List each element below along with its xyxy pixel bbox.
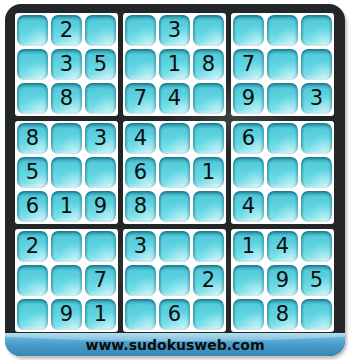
cell-r9c6[interactable] (193, 299, 224, 330)
sudoku-board-frame: 235831874793835619461864279132614958 www… (5, 4, 345, 356)
cell-r2c4[interactable] (125, 49, 156, 80)
cell-r5c7[interactable] (233, 157, 264, 188)
cell-r7c1: 2 (17, 231, 48, 262)
given-digit: 7 (134, 88, 147, 109)
cell-r7c4: 3 (125, 231, 156, 262)
cell-r2c5: 1 (159, 49, 190, 80)
cell-r3c3[interactable] (85, 83, 116, 114)
box-r2c1: 835619 (15, 121, 118, 224)
cell-r7c7: 1 (233, 231, 264, 262)
cell-r6c3: 9 (85, 191, 116, 222)
footer-bar: www.sudokusweb.com (5, 333, 345, 356)
cell-r2c2: 3 (51, 49, 82, 80)
given-digit: 2 (202, 270, 215, 291)
cell-r1c6[interactable] (193, 15, 224, 46)
given-digit: 4 (168, 88, 181, 109)
given-digit: 3 (310, 88, 323, 109)
given-digit: 9 (60, 304, 73, 325)
given-digit: 8 (276, 304, 289, 325)
box-r2c2: 4618 (123, 121, 226, 224)
cell-r8c6: 2 (193, 265, 224, 296)
cell-r4c9[interactable] (301, 123, 332, 154)
given-digit: 9 (94, 196, 107, 217)
given-digit: 8 (60, 88, 73, 109)
cell-r1c5: 3 (159, 15, 190, 46)
given-digit: 5 (26, 162, 39, 183)
given-digit: 4 (242, 196, 255, 217)
given-digit: 6 (242, 128, 255, 149)
cell-r9c7[interactable] (233, 299, 264, 330)
box-r1c3: 793 (231, 13, 334, 116)
cell-r2c7: 7 (233, 49, 264, 80)
cell-r3c6[interactable] (193, 83, 224, 114)
cell-r2c6: 8 (193, 49, 224, 80)
cell-r3c1[interactable] (17, 83, 48, 114)
cell-r9c5: 6 (159, 299, 190, 330)
cell-r4c5[interactable] (159, 123, 190, 154)
cell-r7c3[interactable] (85, 231, 116, 262)
box-r3c2: 326 (123, 229, 226, 332)
cell-r7c6[interactable] (193, 231, 224, 262)
cell-r5c4: 6 (125, 157, 156, 188)
cell-r8c2[interactable] (51, 265, 82, 296)
cell-r1c8[interactable] (267, 15, 298, 46)
given-digit: 3 (60, 54, 73, 75)
given-digit: 9 (242, 88, 255, 109)
given-digit: 3 (94, 128, 107, 149)
given-digit: 6 (168, 304, 181, 325)
sudoku-page: { "game": "sudoku", "position": "0200300… (0, 0, 350, 360)
cell-r3c2: 8 (51, 83, 82, 114)
cell-r4c1: 8 (17, 123, 48, 154)
cell-r1c1[interactable] (17, 15, 48, 46)
cell-r6c5[interactable] (159, 191, 190, 222)
cell-r5c6: 1 (193, 157, 224, 188)
cell-r3c9: 3 (301, 83, 332, 114)
cell-r1c3[interactable] (85, 15, 116, 46)
cell-r6c8[interactable] (267, 191, 298, 222)
cell-r8c1[interactable] (17, 265, 48, 296)
cell-r9c3: 1 (85, 299, 116, 330)
cell-r8c8: 9 (267, 265, 298, 296)
cell-r4c6[interactable] (193, 123, 224, 154)
given-digit: 8 (26, 128, 39, 149)
cell-r6c2: 1 (51, 191, 82, 222)
box-r1c2: 31874 (123, 13, 226, 116)
cell-r2c1[interactable] (17, 49, 48, 80)
box-r1c1: 2358 (15, 13, 118, 116)
cell-r8c9: 5 (301, 265, 332, 296)
cell-r8c5[interactable] (159, 265, 190, 296)
given-digit: 4 (134, 128, 147, 149)
given-digit: 1 (242, 236, 255, 257)
cell-r7c2[interactable] (51, 231, 82, 262)
cell-r8c3: 7 (85, 265, 116, 296)
given-digit: 2 (60, 20, 73, 41)
website-link[interactable]: www.sudokusweb.com (85, 337, 264, 353)
given-digit: 7 (94, 270, 107, 291)
given-digit: 8 (202, 54, 215, 75)
cell-r4c2[interactable] (51, 123, 82, 154)
given-digit: 8 (134, 196, 147, 217)
cell-r1c9[interactable] (301, 15, 332, 46)
cell-r4c4: 4 (125, 123, 156, 154)
given-digit: 6 (26, 196, 39, 217)
cell-r5c9[interactable] (301, 157, 332, 188)
cell-r9c2: 9 (51, 299, 82, 330)
box-r3c1: 2791 (15, 229, 118, 332)
given-digit: 3 (134, 236, 147, 257)
box-r3c3: 14958 (231, 229, 334, 332)
cell-r2c8[interactable] (267, 49, 298, 80)
cell-r3c8[interactable] (267, 83, 298, 114)
given-digit: 3 (168, 20, 181, 41)
given-digit: 1 (202, 162, 215, 183)
cell-r7c8: 4 (267, 231, 298, 262)
cell-r1c2: 2 (51, 15, 82, 46)
cell-r4c3: 3 (85, 123, 116, 154)
cell-r5c5[interactable] (159, 157, 190, 188)
given-digit: 5 (310, 270, 323, 291)
cell-r2c9[interactable] (301, 49, 332, 80)
cell-r6c6[interactable] (193, 191, 224, 222)
cell-r3c4: 7 (125, 83, 156, 114)
given-digit: 5 (94, 54, 107, 75)
sudoku-board: 235831874793835619461864279132614958 (15, 13, 334, 332)
cell-r6c4: 8 (125, 191, 156, 222)
given-digit: 4 (276, 236, 289, 257)
cell-r6c1: 6 (17, 191, 48, 222)
cell-r9c9[interactable] (301, 299, 332, 330)
given-digit: 2 (26, 236, 39, 257)
cell-r8c7[interactable] (233, 265, 264, 296)
cell-r3c7: 9 (233, 83, 264, 114)
cell-r1c4[interactable] (125, 15, 156, 46)
cell-r4c8[interactable] (267, 123, 298, 154)
given-digit: 1 (168, 54, 181, 75)
cell-r7c5[interactable] (159, 231, 190, 262)
given-digit: 1 (94, 304, 107, 325)
cell-r5c8[interactable] (267, 157, 298, 188)
cell-r1c7[interactable] (233, 15, 264, 46)
cell-r6c9[interactable] (301, 191, 332, 222)
cell-r4c7: 6 (233, 123, 264, 154)
given-digit: 1 (60, 196, 73, 217)
cell-r9c8: 8 (267, 299, 298, 330)
cell-r9c1[interactable] (17, 299, 48, 330)
given-digit: 6 (134, 162, 147, 183)
cell-r3c5: 4 (159, 83, 190, 114)
cell-r6c7: 4 (233, 191, 264, 222)
given-digit: 9 (276, 270, 289, 291)
cell-r7c9[interactable] (301, 231, 332, 262)
given-digit: 7 (242, 54, 255, 75)
cell-r9c4[interactable] (125, 299, 156, 330)
cell-r5c3[interactable] (85, 157, 116, 188)
box-r2c3: 64 (231, 121, 334, 224)
cell-r8c4[interactable] (125, 265, 156, 296)
cell-r5c2[interactable] (51, 157, 82, 188)
cell-r2c3: 5 (85, 49, 116, 80)
cell-r5c1: 5 (17, 157, 48, 188)
